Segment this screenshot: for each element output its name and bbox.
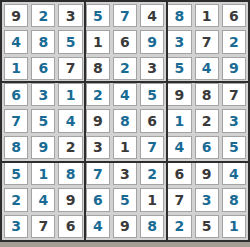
cell-r1c5[interactable]: 7 (113, 4, 137, 27)
box-divider-horizontal-1 (2, 81, 248, 83)
cell-r9c3[interactable]: 6 (58, 215, 82, 238)
cell-r6c9[interactable]: 5 (222, 136, 246, 159)
cell-r4c6[interactable]: 5 (140, 83, 164, 106)
sudoku-grid-wrap: 9235748164851693721678235496312459877549… (4, 4, 246, 238)
cell-r7c4[interactable]: 7 (86, 162, 110, 185)
cell-r8c1[interactable]: 2 (4, 188, 28, 211)
cell-r7c2[interactable]: 1 (31, 162, 55, 185)
cell-r3c5[interactable]: 2 (113, 57, 137, 80)
cell-r9c6[interactable]: 8 (140, 215, 164, 238)
box-divider-vertical-1 (84, 2, 86, 240)
cell-r2c9[interactable]: 2 (222, 30, 246, 53)
cell-r6c6[interactable]: 7 (140, 136, 164, 159)
cell-r5c4[interactable]: 9 (86, 109, 110, 132)
cell-r3c6[interactable]: 3 (140, 57, 164, 80)
cell-r2c7[interactable]: 3 (167, 30, 191, 53)
cell-r2c6[interactable]: 9 (140, 30, 164, 53)
cell-r9c4[interactable]: 4 (86, 215, 110, 238)
cell-r1c7[interactable]: 8 (167, 4, 191, 27)
cell-r3c2[interactable]: 6 (31, 57, 55, 80)
board-bottom-edge (0, 242, 250, 247)
cell-r4c8[interactable]: 8 (195, 83, 219, 106)
cell-r2c1[interactable]: 4 (4, 30, 28, 53)
cell-r1c9[interactable]: 6 (222, 4, 246, 27)
cell-r7c1[interactable]: 5 (4, 162, 28, 185)
cell-r7c8[interactable]: 9 (195, 162, 219, 185)
cell-r1c2[interactable]: 2 (31, 4, 55, 27)
cell-r7c7[interactable]: 6 (167, 162, 191, 185)
cell-r5c9[interactable]: 3 (222, 109, 246, 132)
cell-r8c5[interactable]: 5 (113, 188, 137, 211)
cell-r4c4[interactable]: 2 (86, 83, 110, 106)
cell-r4c2[interactable]: 3 (31, 83, 55, 106)
cell-r2c8[interactable]: 7 (195, 30, 219, 53)
cell-r3c8[interactable]: 4 (195, 57, 219, 80)
cell-r4c3[interactable]: 1 (58, 83, 82, 106)
cell-r1c1[interactable]: 9 (4, 4, 28, 27)
cell-r5c3[interactable]: 4 (58, 109, 82, 132)
cell-r2c5[interactable]: 6 (113, 30, 137, 53)
cell-r5c1[interactable]: 7 (4, 109, 28, 132)
sudoku-board: 9235748164851693721678235496312459877549… (0, 0, 250, 242)
cell-r8c6[interactable]: 1 (140, 188, 164, 211)
cell-r7c5[interactable]: 3 (113, 162, 137, 185)
cell-r9c1[interactable]: 3 (4, 215, 28, 238)
cell-r7c9[interactable]: 4 (222, 162, 246, 185)
cell-r4c1[interactable]: 6 (4, 83, 28, 106)
cell-r3c3[interactable]: 7 (58, 57, 82, 80)
cell-r4c5[interactable]: 4 (113, 83, 137, 106)
cell-r9c9[interactable]: 1 (222, 215, 246, 238)
cell-r5c5[interactable]: 8 (113, 109, 137, 132)
cell-r4c9[interactable]: 7 (222, 83, 246, 106)
cell-r9c7[interactable]: 2 (167, 215, 191, 238)
cell-r5c2[interactable]: 5 (31, 109, 55, 132)
cell-r8c8[interactable]: 3 (195, 188, 219, 211)
cell-r1c3[interactable]: 3 (58, 4, 82, 27)
cell-r9c8[interactable]: 5 (195, 215, 219, 238)
box-divider-horizontal-2 (2, 161, 248, 163)
cell-r2c4[interactable]: 1 (86, 30, 110, 53)
cell-r9c5[interactable]: 9 (113, 215, 137, 238)
cell-r3c1[interactable]: 1 (4, 57, 28, 80)
cell-r2c3[interactable]: 5 (58, 30, 82, 53)
cell-r1c4[interactable]: 5 (86, 4, 110, 27)
box-divider-vertical-2 (166, 2, 168, 240)
cell-r2c2[interactable]: 8 (31, 30, 55, 53)
cell-r1c6[interactable]: 4 (140, 4, 164, 27)
cell-r5c6[interactable]: 6 (140, 109, 164, 132)
sudoku-grid: 9235748164851693721678235496312459877549… (4, 4, 246, 238)
cell-r3c9[interactable]: 9 (222, 57, 246, 80)
cell-r5c8[interactable]: 2 (195, 109, 219, 132)
cell-r9c2[interactable]: 7 (31, 215, 55, 238)
cell-r7c6[interactable]: 2 (140, 162, 164, 185)
cell-r1c8[interactable]: 1 (195, 4, 219, 27)
cell-r6c4[interactable]: 3 (86, 136, 110, 159)
cell-r4c7[interactable]: 9 (167, 83, 191, 106)
cell-r8c9[interactable]: 8 (222, 188, 246, 211)
cell-r5c7[interactable]: 1 (167, 109, 191, 132)
cell-r6c7[interactable]: 4 (167, 136, 191, 159)
cell-r6c8[interactable]: 6 (195, 136, 219, 159)
cell-r6c5[interactable]: 1 (113, 136, 137, 159)
cell-r6c3[interactable]: 2 (58, 136, 82, 159)
cell-r7c3[interactable]: 8 (58, 162, 82, 185)
cell-r3c4[interactable]: 8 (86, 57, 110, 80)
cell-r8c3[interactable]: 9 (58, 188, 82, 211)
cell-r6c1[interactable]: 8 (4, 136, 28, 159)
cell-r3c7[interactable]: 5 (167, 57, 191, 80)
cell-r8c2[interactable]: 4 (31, 188, 55, 211)
cell-r8c7[interactable]: 7 (167, 188, 191, 211)
cell-r8c4[interactable]: 6 (86, 188, 110, 211)
cell-r6c2[interactable]: 9 (31, 136, 55, 159)
